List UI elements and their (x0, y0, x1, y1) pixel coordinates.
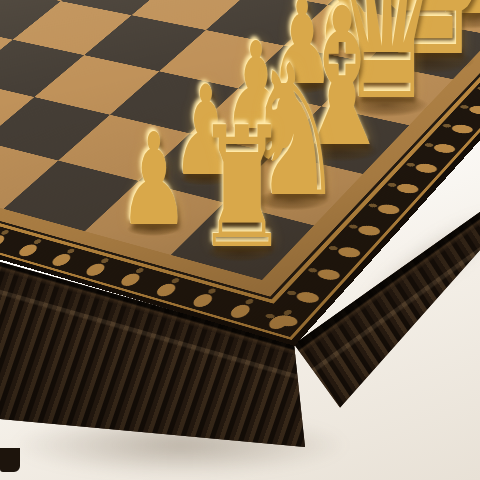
chess-set-photo: ♝♟♚♟♛♟♝♟♞♟♜ (0, 0, 480, 480)
case-foot (0, 448, 20, 472)
